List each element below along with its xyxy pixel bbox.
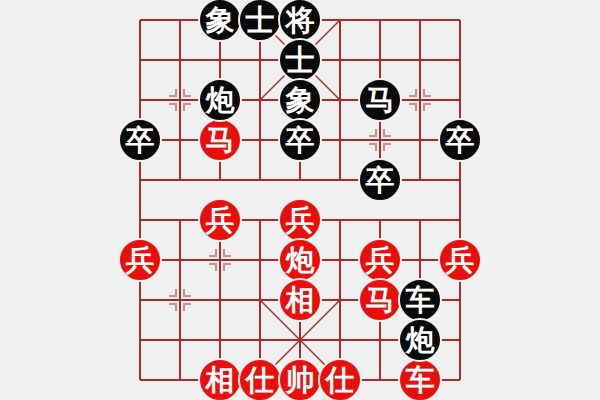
- piece-black-elephant[interactable]: 象: [198, 0, 242, 42]
- piece-red-soldier[interactable]: 兵: [438, 238, 482, 282]
- piece-black-soldier[interactable]: 卒: [278, 118, 322, 162]
- piece-red-soldier[interactable]: 兵: [278, 198, 322, 242]
- piece-red-cannon[interactable]: 炮: [278, 238, 322, 282]
- piece-black-chariot[interactable]: 车: [398, 278, 442, 322]
- xiangqi-board-screen: 马兵兵兵炮兵兵相马相仕帅仕车象士将士炮象马卒卒卒卒车炮: [0, 0, 600, 400]
- piece-black-soldier[interactable]: 卒: [438, 118, 482, 162]
- piece-red-soldier[interactable]: 兵: [358, 238, 402, 282]
- piece-red-soldier[interactable]: 兵: [198, 198, 242, 242]
- piece-black-general[interactable]: 将: [278, 0, 322, 42]
- piece-red-elephant[interactable]: 相: [278, 278, 322, 322]
- piece-red-horse[interactable]: 马: [198, 118, 242, 162]
- piece-black-horse[interactable]: 马: [358, 78, 402, 122]
- piece-black-advisor[interactable]: 士: [238, 0, 282, 42]
- piece-black-cannon[interactable]: 炮: [398, 318, 442, 362]
- pieces-layer: 马兵兵兵炮兵兵相马相仕帅仕车象士将士炮象马卒卒卒卒车炮: [0, 0, 600, 400]
- piece-red-elephant[interactable]: 相: [198, 358, 242, 400]
- piece-black-elephant[interactable]: 象: [278, 78, 322, 122]
- piece-red-advisor[interactable]: 仕: [238, 358, 282, 400]
- piece-red-advisor[interactable]: 仕: [318, 358, 362, 400]
- piece-black-soldier[interactable]: 卒: [358, 158, 402, 202]
- piece-red-general[interactable]: 帅: [278, 358, 322, 400]
- piece-red-horse[interactable]: 马: [358, 278, 402, 322]
- piece-black-advisor[interactable]: 士: [278, 38, 322, 82]
- piece-black-soldier[interactable]: 卒: [118, 118, 162, 162]
- piece-red-chariot[interactable]: 车: [398, 358, 442, 400]
- piece-red-soldier[interactable]: 兵: [118, 238, 162, 282]
- piece-black-cannon[interactable]: 炮: [198, 78, 242, 122]
